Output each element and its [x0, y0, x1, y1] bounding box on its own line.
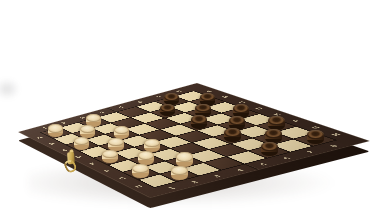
- coordinate-label: B: [220, 95, 230, 98]
- coordinate-label: B: [47, 142, 55, 145]
- coordinate-label: E: [88, 162, 97, 165]
- dark-checker-piece: [307, 130, 324, 145]
- piece-part: [265, 129, 282, 138]
- light-checker-piece: [74, 137, 89, 150]
- dark-checker-piece: [224, 128, 240, 142]
- coordinate-label: F: [290, 119, 301, 122]
- dark-checker-piece: [191, 115, 207, 128]
- piece-part: [48, 124, 63, 132]
- light-checker-piece: [48, 124, 63, 137]
- coordinate-label: 4: [235, 168, 246, 172]
- coordinate-label: 6: [136, 100, 144, 103]
- piece-part: [144, 139, 160, 148]
- coordinate-label: 8: [328, 144, 340, 148]
- piece-part: [160, 104, 175, 112]
- coordinate-label: 7: [304, 150, 315, 154]
- coordinate-label: H: [133, 184, 144, 188]
- piece-part: [171, 166, 188, 175]
- coordinate-label: H: [330, 133, 342, 137]
- piece-part: [176, 152, 193, 161]
- light-checker-piece: [176, 152, 193, 166]
- background-smudge: [0, 78, 20, 100]
- coordinate-label: 6: [281, 156, 292, 160]
- coordinate-label: 5: [258, 162, 269, 166]
- piece-part: [132, 164, 149, 173]
- piece-part: [224, 128, 240, 137]
- coordinate-label: A: [35, 136, 43, 139]
- piece-part: [229, 116, 245, 125]
- coordinate-label: F: [102, 169, 111, 172]
- piece-part: [191, 115, 207, 124]
- coordinate-label: D: [253, 107, 264, 110]
- dark-checker-piece: [160, 104, 175, 117]
- piece-part: [164, 93, 179, 101]
- coordinate-label: 5: [117, 106, 125, 109]
- dark-checker-piece: [261, 142, 278, 157]
- piece-part: [233, 104, 249, 113]
- coordinate-label: 3: [212, 174, 222, 178]
- coordinate-label: 3: [79, 116, 87, 119]
- coordinate-label: 7: [155, 95, 164, 98]
- coordinate-label: G: [117, 176, 127, 180]
- light-checker-piece: [138, 151, 154, 165]
- clasp-hook-icon: [63, 158, 79, 175]
- light-checker-piece: [102, 150, 118, 164]
- piece-part: [108, 138, 124, 147]
- light-checker-piece: [171, 166, 188, 180]
- piece-part: [200, 93, 215, 101]
- light-checker-piece: [132, 164, 149, 178]
- coordinate-label: 2: [189, 180, 199, 184]
- product-photo-scene: AA11BB22CC33DD44EE55FF66GG77HH88: [0, 0, 376, 219]
- coordinate-label: 1: [166, 186, 176, 190]
